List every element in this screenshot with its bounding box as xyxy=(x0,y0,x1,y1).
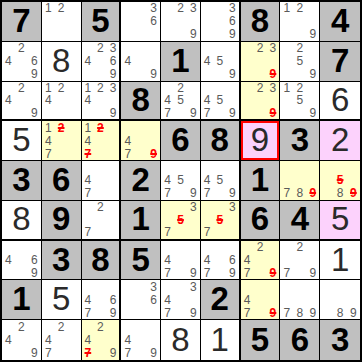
cell-r8c4[interactable]: 36 xyxy=(121,280,161,320)
cell-r5c6[interactable]: 4579 xyxy=(201,161,241,201)
candidate-5: 5 xyxy=(174,94,187,107)
empty-candidate-slot xyxy=(107,174,120,187)
cell-r7c8[interactable]: 279 xyxy=(280,241,320,281)
cell-r9c6[interactable]: 1 xyxy=(201,320,241,360)
empty-candidate-slot xyxy=(94,161,107,174)
eliminated-candidate-9: 9 xyxy=(347,187,360,200)
empty-candidate-slot xyxy=(107,187,120,200)
cell-r4c5[interactable]: 6 xyxy=(161,121,201,161)
empty-candidate-slot xyxy=(174,306,187,319)
candidate-1: 1 xyxy=(42,2,55,15)
empty-candidate-slot xyxy=(68,147,81,160)
candidate-5: 5 xyxy=(213,55,226,68)
cell-r1c3[interactable]: 5 xyxy=(82,2,122,42)
candidate-7: 7 xyxy=(201,187,214,200)
candidate-9: 9 xyxy=(147,68,160,81)
empty-candidate-slot xyxy=(2,107,15,120)
pencil-marks: 4679 xyxy=(82,280,120,319)
empty-candidate-slot xyxy=(94,107,107,120)
cell-r4c7[interactable]: 9 xyxy=(241,121,281,161)
empty-candidate-slot xyxy=(213,42,226,55)
candidate-9: 9 xyxy=(347,306,360,319)
candidate-1: 1 xyxy=(280,2,293,15)
solved-digit: 2 xyxy=(331,123,349,156)
empty-candidate-slot xyxy=(293,174,306,187)
pencil-marks: 3479 xyxy=(161,280,200,319)
empty-candidate-slot xyxy=(293,267,306,280)
empty-candidate-slot xyxy=(174,267,187,280)
given-digit: 1 xyxy=(12,282,30,315)
empty-candidate-slot xyxy=(15,55,28,68)
pencil-marks: 1259 xyxy=(280,82,319,120)
given-digit: 6 xyxy=(291,323,309,356)
empty-candidate-slot xyxy=(267,293,280,306)
empty-candidate-slot xyxy=(134,134,147,147)
empty-candidate-slot xyxy=(187,15,200,28)
candidate-7: 7 xyxy=(241,267,254,280)
empty-candidate-slot xyxy=(42,107,55,120)
candidate-1: 1 xyxy=(82,121,95,134)
pencil-marks: 459 xyxy=(201,42,239,81)
cell-r1c7[interactable]: 8 xyxy=(241,2,281,42)
candidate-9: 9 xyxy=(107,347,120,360)
empty-candidate-slot xyxy=(293,15,306,28)
empty-candidate-slot xyxy=(174,187,187,200)
empty-candidate-slot xyxy=(306,55,319,68)
empty-candidate-slot xyxy=(213,187,226,200)
cell-r8c3[interactable]: 4679 xyxy=(82,280,122,320)
empty-candidate-slot xyxy=(2,68,15,81)
empty-candidate-slot xyxy=(226,94,239,107)
candidate-9: 9 xyxy=(226,267,239,280)
candidate-2: 2 xyxy=(254,241,267,254)
cell-r4c8[interactable]: 3 xyxy=(280,121,320,161)
empty-candidate-slot xyxy=(134,55,147,68)
candidate-7: 7 xyxy=(82,306,95,319)
empty-candidate-slot xyxy=(55,147,68,160)
empty-candidate-slot xyxy=(174,28,187,41)
cell-r6c6[interactable]: 357 xyxy=(201,201,241,241)
empty-candidate-slot xyxy=(134,293,147,306)
empty-candidate-slot xyxy=(94,213,107,226)
cell-r1c1[interactable]: 7 xyxy=(2,2,42,42)
candidate-7: 7 xyxy=(280,267,293,280)
candidate-4: 4 xyxy=(161,94,174,107)
candidate-4: 4 xyxy=(2,94,15,107)
empty-candidate-slot xyxy=(121,320,134,333)
cell-r1c8[interactable]: 129 xyxy=(280,2,320,42)
empty-candidate-slot xyxy=(293,68,306,81)
candidate-7: 7 xyxy=(161,226,174,239)
cell-r4c1[interactable]: 5 xyxy=(2,121,42,161)
candidate-2: 2 xyxy=(94,42,107,55)
cell-r4c9[interactable]: 2 xyxy=(320,121,360,161)
empty-candidate-slot xyxy=(267,254,280,267)
empty-candidate-slot xyxy=(241,241,254,254)
candidate-6: 6 xyxy=(28,55,41,68)
empty-candidate-slot xyxy=(68,15,81,28)
candidate-4: 4 xyxy=(82,293,95,306)
given-digit: 3 xyxy=(331,323,349,356)
candidate-9: 9 xyxy=(107,306,120,319)
cell-r8c8[interactable]: 789 xyxy=(280,280,320,320)
cell-r8c5[interactable]: 3479 xyxy=(161,280,201,320)
empty-candidate-slot xyxy=(68,82,81,95)
empty-candidate-slot xyxy=(121,306,134,319)
empty-candidate-slot xyxy=(82,213,95,226)
candidate-7: 7 xyxy=(121,147,134,160)
empty-candidate-slot xyxy=(15,241,28,254)
empty-candidate-slot xyxy=(254,280,267,293)
cell-r5c9[interactable]: 589 xyxy=(320,161,360,201)
empty-candidate-slot xyxy=(134,280,147,293)
cell-r5c8[interactable]: 789 xyxy=(280,161,320,201)
candidate-8: 8 xyxy=(293,306,306,319)
candidate-9: 9 xyxy=(306,306,319,319)
candidate-7: 7 xyxy=(161,187,174,200)
empty-candidate-slot xyxy=(241,280,254,293)
cell-r4c4[interactable]: 479 xyxy=(121,121,161,161)
cell-r3c1[interactable]: 249 xyxy=(2,82,42,122)
cell-r6c5[interactable]: 357 xyxy=(161,201,201,241)
pencil-marks: 589 xyxy=(320,161,360,200)
cell-r3c2[interactable]: 124 xyxy=(42,82,82,122)
pencil-marks: 2479 xyxy=(241,241,280,280)
cell-r4c2[interactable]: 1247 xyxy=(42,121,82,161)
candidate-3: 3 xyxy=(187,280,200,293)
given-digit: 2 xyxy=(211,282,229,315)
empty-candidate-slot xyxy=(161,161,174,174)
eliminated-candidate-5: 5 xyxy=(333,174,346,187)
candidate-9: 9 xyxy=(147,347,160,360)
empty-candidate-slot xyxy=(147,55,160,68)
empty-candidate-slot xyxy=(213,161,226,174)
candidate-4: 4 xyxy=(2,55,15,68)
empty-candidate-slot xyxy=(107,147,120,160)
candidate-6: 6 xyxy=(28,254,41,267)
cell-r8c9[interactable]: 89 xyxy=(320,280,360,320)
empty-candidate-slot xyxy=(134,2,147,15)
empty-candidate-slot xyxy=(280,280,293,293)
candidate-7: 7 xyxy=(82,187,95,200)
cell-r2c7[interactable]: 239 xyxy=(241,42,281,82)
cell-r1c2[interactable]: 12 xyxy=(42,2,82,42)
given-digit: 5 xyxy=(132,243,150,276)
cell-r1c5[interactable]: 239 xyxy=(161,2,201,42)
cell-r3c3[interactable]: 12349 xyxy=(82,82,122,122)
cell-r6c3[interactable]: 27 xyxy=(82,201,122,241)
eliminated-candidate-5: 5 xyxy=(174,213,187,226)
empty-candidate-slot xyxy=(94,174,107,187)
empty-candidate-slot xyxy=(241,42,254,55)
empty-candidate-slot xyxy=(174,293,187,306)
empty-candidate-slot xyxy=(161,280,174,293)
candidate-4: 4 xyxy=(201,254,214,267)
empty-candidate-slot xyxy=(2,347,15,360)
empty-candidate-slot xyxy=(107,333,120,346)
cell-r4c3[interactable]: 1247 xyxy=(82,121,122,161)
empty-candidate-slot xyxy=(121,2,134,15)
cell-r5c3[interactable]: 47 xyxy=(82,161,122,201)
empty-candidate-slot xyxy=(187,82,200,95)
candidate-3: 3 xyxy=(187,2,200,15)
candidate-9: 9 xyxy=(187,28,200,41)
cell-r6c8[interactable]: 4 xyxy=(280,201,320,241)
given-digit: 1 xyxy=(251,163,269,196)
pencil-marks: 479 xyxy=(121,320,160,360)
empty-candidate-slot xyxy=(107,121,120,134)
empty-candidate-slot xyxy=(68,2,81,15)
candidate-9: 9 xyxy=(306,107,319,120)
cell-r6c2[interactable]: 9 xyxy=(42,201,82,241)
empty-candidate-slot xyxy=(161,241,174,254)
empty-candidate-slot xyxy=(201,161,214,174)
cell-r8c7[interactable]: 479 xyxy=(241,280,281,320)
empty-candidate-slot xyxy=(121,15,134,28)
solved-digit: 5 xyxy=(52,282,70,315)
empty-candidate-slot xyxy=(28,241,41,254)
candidate-3: 3 xyxy=(226,2,239,15)
given-digit: 7 xyxy=(12,4,30,37)
candidate-9: 9 xyxy=(226,28,239,41)
cell-r9c9[interactable]: 3 xyxy=(320,320,360,360)
empty-candidate-slot xyxy=(254,267,267,280)
cell-r7c2[interactable]: 3 xyxy=(42,241,82,281)
candidate-6: 6 xyxy=(107,55,120,68)
pencil-marks: 36 xyxy=(121,280,160,319)
cell-r2c6[interactable]: 459 xyxy=(201,42,241,82)
cell-r7c9[interactable]: 1 xyxy=(320,241,360,281)
cell-r2c3[interactable]: 23469 xyxy=(82,42,122,82)
given-digit: 8 xyxy=(211,123,229,156)
cell-r7c6[interactable]: 4679 xyxy=(201,241,241,281)
empty-candidate-slot xyxy=(2,42,15,55)
pencil-marks: 27 xyxy=(82,201,120,239)
empty-candidate-slot xyxy=(2,267,15,280)
eliminated-candidate-7: 7 xyxy=(82,147,95,160)
empty-candidate-slot xyxy=(254,94,267,107)
empty-candidate-slot xyxy=(174,254,187,267)
cell-r8c2[interactable]: 5 xyxy=(42,280,82,320)
empty-candidate-slot xyxy=(280,254,293,267)
cell-r7c4[interactable]: 5 xyxy=(121,241,161,281)
eliminated-candidate-9: 9 xyxy=(267,267,280,280)
cell-r9c4[interactable]: 479 xyxy=(121,320,161,360)
candidate-4: 4 xyxy=(82,94,95,107)
cell-r2c9[interactable]: 7 xyxy=(320,42,360,82)
empty-candidate-slot xyxy=(82,280,95,293)
cell-r9c7[interactable]: 5 xyxy=(241,320,281,360)
given-digit: 1 xyxy=(171,44,189,77)
candidate-6: 6 xyxy=(147,15,160,28)
cell-r2c8[interactable]: 259 xyxy=(280,42,320,82)
given-digit: 8 xyxy=(132,83,150,116)
eliminated-candidate-9: 9 xyxy=(267,107,280,120)
empty-candidate-slot xyxy=(267,280,280,293)
empty-candidate-slot xyxy=(161,213,174,226)
candidate-9: 9 xyxy=(28,107,41,120)
candidate-5: 5 xyxy=(213,94,226,107)
empty-candidate-slot xyxy=(107,134,120,147)
candidate-2: 2 xyxy=(15,42,28,55)
cell-r6c1[interactable]: 8 xyxy=(2,201,42,241)
cell-r2c4[interactable]: 49 xyxy=(121,42,161,82)
candidate-7: 7 xyxy=(121,347,134,360)
given-digit: 9 xyxy=(52,202,70,235)
given-digit: 5 xyxy=(251,323,269,356)
empty-candidate-slot xyxy=(134,333,147,346)
cell-r9c8[interactable]: 6 xyxy=(280,320,320,360)
pencil-marks: 1247 xyxy=(42,121,81,160)
cell-r6c7[interactable]: 6 xyxy=(241,201,281,241)
empty-candidate-slot xyxy=(213,267,226,280)
candidate-9: 9 xyxy=(107,68,120,81)
empty-candidate-slot xyxy=(94,147,107,160)
cell-r5c4[interactable]: 2 xyxy=(121,161,161,201)
cell-r2c1[interactable]: 2469 xyxy=(2,42,42,82)
candidate-1: 1 xyxy=(42,121,55,134)
candidate-5: 5 xyxy=(293,94,306,107)
empty-candidate-slot xyxy=(82,68,95,81)
cell-r2c2[interactable]: 8 xyxy=(42,42,82,82)
cell-r1c6[interactable]: 369 xyxy=(201,2,241,42)
empty-candidate-slot xyxy=(2,320,15,333)
empty-candidate-slot xyxy=(55,107,68,120)
solved-digit: 8 xyxy=(12,202,30,235)
empty-candidate-slot xyxy=(174,241,187,254)
empty-candidate-slot xyxy=(134,68,147,81)
cell-r9c2[interactable]: 247 xyxy=(42,320,82,360)
empty-candidate-slot xyxy=(107,201,120,214)
cell-r3c6[interactable]: 4579 xyxy=(201,82,241,122)
empty-candidate-slot xyxy=(161,28,174,41)
empty-candidate-slot xyxy=(82,161,95,174)
pencil-marks: 479 xyxy=(241,280,280,319)
empty-candidate-slot xyxy=(293,161,306,174)
empty-candidate-slot xyxy=(68,94,81,107)
pencil-marks: 4579 xyxy=(161,161,200,200)
empty-candidate-slot xyxy=(28,94,41,107)
cell-r9c1[interactable]: 249 xyxy=(2,320,42,360)
candidate-7: 7 xyxy=(161,267,174,280)
candidate-9: 9 xyxy=(306,28,319,41)
eliminated-candidate-2: 2 xyxy=(55,121,68,134)
cell-r2c5[interactable]: 1 xyxy=(161,42,201,82)
pencil-marks: 357 xyxy=(201,201,239,239)
empty-candidate-slot xyxy=(306,293,319,306)
cell-r7c7[interactable]: 2479 xyxy=(241,241,281,281)
empty-candidate-slot xyxy=(201,2,214,15)
cell-r7c1[interactable]: 469 xyxy=(2,241,42,281)
cell-r3c9[interactable]: 6 xyxy=(320,82,360,122)
cell-r5c5[interactable]: 4579 xyxy=(161,161,201,201)
pencil-marks: 129 xyxy=(280,2,319,41)
candidate-4: 4 xyxy=(241,293,254,306)
cell-r7c5[interactable]: 479 xyxy=(161,241,201,281)
empty-candidate-slot xyxy=(213,28,226,41)
candidate-9: 9 xyxy=(226,68,239,81)
empty-candidate-slot xyxy=(201,15,214,28)
cell-r9c5[interactable]: 8 xyxy=(161,320,201,360)
pencil-marks: 259 xyxy=(280,42,319,81)
cell-r5c1[interactable]: 3 xyxy=(2,161,42,201)
pencil-marks: 369 xyxy=(201,2,239,41)
cell-r9c3[interactable]: 2479 xyxy=(82,320,122,360)
pencil-marks: 239 xyxy=(161,2,200,41)
candidate-7: 7 xyxy=(201,107,214,120)
empty-candidate-slot xyxy=(55,134,68,147)
cell-r6c9[interactable]: 5 xyxy=(320,201,360,241)
candidate-6: 6 xyxy=(226,254,239,267)
pencil-marks: 4579 xyxy=(201,161,239,200)
candidate-9: 9 xyxy=(226,107,239,120)
given-digit: 6 xyxy=(171,123,189,156)
candidate-9: 9 xyxy=(306,267,319,280)
empty-candidate-slot xyxy=(306,280,319,293)
candidate-2: 2 xyxy=(293,2,306,15)
empty-candidate-slot xyxy=(280,55,293,68)
candidate-4: 4 xyxy=(121,333,134,346)
empty-candidate-slot xyxy=(68,134,81,147)
empty-candidate-slot xyxy=(187,94,200,107)
empty-candidate-slot xyxy=(94,94,107,107)
pencil-marks: 49 xyxy=(121,42,160,81)
empty-candidate-slot xyxy=(94,333,107,346)
cell-r1c9[interactable]: 4 xyxy=(320,2,360,42)
candidate-8: 8 xyxy=(333,187,346,200)
cell-r3c4[interactable]: 8 xyxy=(121,82,161,122)
candidate-7: 7 xyxy=(161,306,174,319)
cell-r5c7[interactable]: 1 xyxy=(241,161,281,201)
cell-r4c6[interactable]: 8 xyxy=(201,121,241,161)
empty-candidate-slot xyxy=(213,15,226,28)
candidate-2: 2 xyxy=(293,42,306,55)
pencil-marks: 479 xyxy=(161,241,200,280)
candidate-4: 4 xyxy=(201,55,214,68)
empty-candidate-slot xyxy=(94,68,107,81)
cell-r6c4[interactable]: 1 xyxy=(121,201,161,241)
empty-candidate-slot xyxy=(15,347,28,360)
candidate-7: 7 xyxy=(161,107,174,120)
empty-candidate-slot xyxy=(226,213,239,226)
cell-r1c4[interactable]: 36 xyxy=(121,2,161,42)
empty-candidate-slot xyxy=(280,293,293,306)
empty-candidate-slot xyxy=(68,333,81,346)
cell-r3c7[interactable]: 239 xyxy=(241,82,281,122)
empty-candidate-slot xyxy=(201,201,214,214)
candidate-7: 7 xyxy=(280,306,293,319)
given-digit: 4 xyxy=(331,4,349,37)
empty-candidate-slot xyxy=(241,55,254,68)
cell-r5c2[interactable]: 6 xyxy=(42,161,82,201)
pencil-marks: 4679 xyxy=(201,241,239,280)
solved-digit: 5 xyxy=(12,123,30,156)
pencil-marks: 4579 xyxy=(201,82,239,120)
cell-r8c6[interactable]: 2 xyxy=(201,280,241,320)
candidate-7: 7 xyxy=(241,306,254,319)
cell-r3c5[interactable]: 24579 xyxy=(161,82,201,122)
empty-candidate-slot xyxy=(2,82,15,95)
cell-r7c3[interactable]: 8 xyxy=(82,241,122,281)
given-digit: 7 xyxy=(331,44,349,77)
cell-r8c1[interactable]: 1 xyxy=(2,280,42,320)
empty-candidate-slot xyxy=(174,280,187,293)
candidate-4: 4 xyxy=(82,333,95,346)
candidate-2: 2 xyxy=(254,82,267,95)
empty-candidate-slot xyxy=(187,254,200,267)
candidate-7: 7 xyxy=(201,267,214,280)
cell-r3c8[interactable]: 1259 xyxy=(280,82,320,122)
